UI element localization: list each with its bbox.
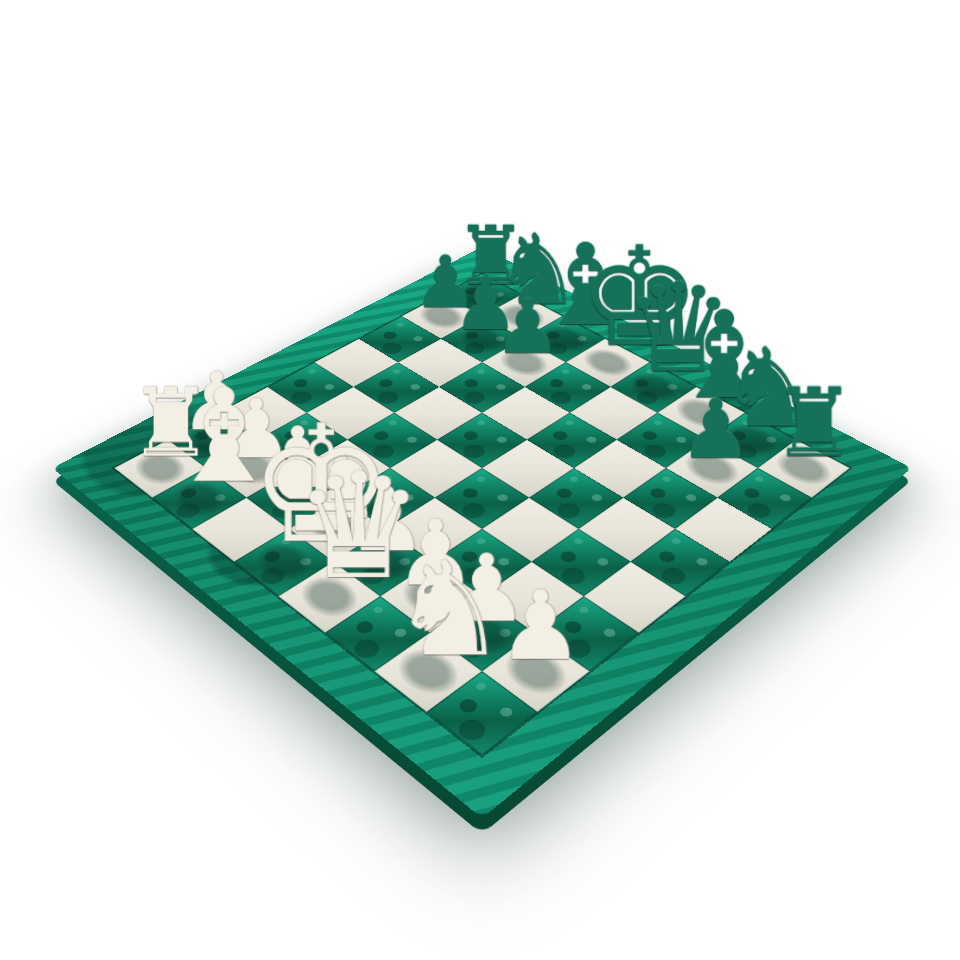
square-h8: ♜ [758,440,850,498]
white-queen-piece: ♛ [293,457,365,596]
square-h5 [631,529,730,596]
square-h1 [427,671,538,755]
green-pawn-piece: ♟ [494,291,553,362]
photo-stage: ♜♞♝♚♛♝♞♜♟♟♟♟♟♟♟♟♟♟♟♟♜♝♚♛♞ [0,0,960,960]
board-grid: ♜♞♝♚♛♝♞♜♟♟♟♟♟♟♟♟♟♟♟♟♜♝♚♛♞ [114,274,849,756]
square-e1: ♛ [278,562,380,633]
green-rook-piece: ♜ [771,378,836,468]
chess-board: ♜♞♝♚♛♝♞♜♟♟♟♟♟♟♟♟♟♟♟♟♜♝♚♛♞ [52,247,912,818]
white-knight-piece: ♞ [390,547,466,671]
square-e7 [570,387,658,440]
green-pawn-piece: ♟ [679,390,744,468]
white-bishop-piece: ♝ [166,375,233,498]
white-pawn-piece: ♟ [498,580,574,671]
